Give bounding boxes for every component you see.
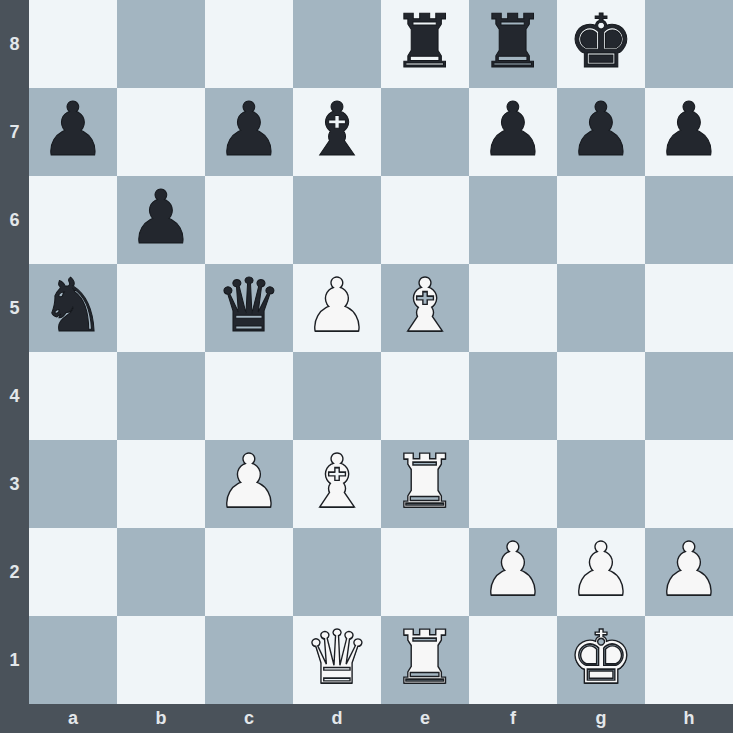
square-b5[interactable] [117, 264, 205, 352]
square-h3[interactable] [645, 440, 733, 528]
square-e5[interactable]: ♝ [381, 264, 469, 352]
black-rook[interactable]: ♜ [392, 4, 458, 78]
square-a2[interactable] [29, 528, 117, 616]
file-label-e: e [381, 704, 469, 733]
white-rook[interactable]: ♜ [392, 444, 458, 518]
square-a5[interactable]: ♞ [29, 264, 117, 352]
square-a7[interactable]: ♟ [29, 88, 117, 176]
black-knight[interactable]: ♞ [40, 268, 106, 342]
square-f5[interactable] [469, 264, 557, 352]
white-pawn[interactable]: ♟ [656, 532, 722, 606]
square-g4[interactable] [557, 352, 645, 440]
square-a6[interactable] [29, 176, 117, 264]
file-label-b: b [117, 704, 205, 733]
file-label-c: c [205, 704, 293, 733]
square-f6[interactable] [469, 176, 557, 264]
rank-label-3: 3 [0, 440, 29, 528]
square-c1[interactable] [205, 616, 293, 704]
black-pawn[interactable]: ♟ [480, 92, 546, 166]
square-h6[interactable] [645, 176, 733, 264]
board-corner [0, 704, 29, 733]
rank-label-8: 8 [0, 0, 29, 88]
rank-label-1: 1 [0, 616, 29, 704]
black-king[interactable]: ♚ [568, 4, 634, 78]
white-bishop[interactable]: ♝ [304, 444, 370, 518]
square-g2[interactable]: ♟ [557, 528, 645, 616]
square-c2[interactable] [205, 528, 293, 616]
black-pawn[interactable]: ♟ [568, 92, 634, 166]
square-g3[interactable] [557, 440, 645, 528]
square-f3[interactable] [469, 440, 557, 528]
square-d4[interactable] [293, 352, 381, 440]
square-h5[interactable] [645, 264, 733, 352]
rank-label-7: 7 [0, 88, 29, 176]
square-f1[interactable] [469, 616, 557, 704]
square-d2[interactable] [293, 528, 381, 616]
white-bishop[interactable]: ♝ [392, 268, 458, 342]
square-f2[interactable]: ♟ [469, 528, 557, 616]
square-h2[interactable]: ♟ [645, 528, 733, 616]
square-e2[interactable] [381, 528, 469, 616]
square-h4[interactable] [645, 352, 733, 440]
square-f7[interactable]: ♟ [469, 88, 557, 176]
square-b8[interactable] [117, 0, 205, 88]
rank-label-6: 6 [0, 176, 29, 264]
file-label-f: f [469, 704, 557, 733]
square-d1[interactable]: ♛ [293, 616, 381, 704]
square-a8[interactable] [29, 0, 117, 88]
square-h7[interactable]: ♟ [645, 88, 733, 176]
square-e4[interactable] [381, 352, 469, 440]
black-queen[interactable]: ♛ [216, 268, 282, 342]
square-d8[interactable] [293, 0, 381, 88]
square-b7[interactable] [117, 88, 205, 176]
black-pawn[interactable]: ♟ [216, 92, 282, 166]
square-b2[interactable] [117, 528, 205, 616]
square-h1[interactable] [645, 616, 733, 704]
square-d7[interactable]: ♝ [293, 88, 381, 176]
black-pawn[interactable]: ♟ [128, 180, 194, 254]
black-pawn[interactable]: ♟ [656, 92, 722, 166]
square-a4[interactable] [29, 352, 117, 440]
black-bishop[interactable]: ♝ [304, 92, 370, 166]
square-b3[interactable] [117, 440, 205, 528]
square-g7[interactable]: ♟ [557, 88, 645, 176]
square-e8[interactable]: ♜ [381, 0, 469, 88]
square-e1[interactable]: ♜ [381, 616, 469, 704]
square-g6[interactable] [557, 176, 645, 264]
white-king[interactable]: ♚ [568, 620, 634, 694]
square-g1[interactable]: ♚ [557, 616, 645, 704]
square-b6[interactable]: ♟ [117, 176, 205, 264]
square-c5[interactable]: ♛ [205, 264, 293, 352]
square-g8[interactable]: ♚ [557, 0, 645, 88]
file-label-d: d [293, 704, 381, 733]
rank-label-2: 2 [0, 528, 29, 616]
square-d6[interactable] [293, 176, 381, 264]
square-c8[interactable] [205, 0, 293, 88]
file-label-h: h [645, 704, 733, 733]
square-b4[interactable] [117, 352, 205, 440]
square-f8[interactable]: ♜ [469, 0, 557, 88]
square-b1[interactable] [117, 616, 205, 704]
black-rook[interactable]: ♜ [480, 4, 546, 78]
square-g5[interactable] [557, 264, 645, 352]
square-e7[interactable] [381, 88, 469, 176]
black-pawn[interactable]: ♟ [40, 92, 106, 166]
square-c4[interactable] [205, 352, 293, 440]
white-pawn[interactable]: ♟ [216, 444, 282, 518]
rank-label-4: 4 [0, 352, 29, 440]
square-c6[interactable] [205, 176, 293, 264]
square-c7[interactable]: ♟ [205, 88, 293, 176]
square-c3[interactable]: ♟ [205, 440, 293, 528]
white-queen[interactable]: ♛ [304, 620, 370, 694]
file-label-g: g [557, 704, 645, 733]
square-e3[interactable]: ♜ [381, 440, 469, 528]
square-e6[interactable] [381, 176, 469, 264]
white-rook[interactable]: ♜ [392, 620, 458, 694]
square-f4[interactable] [469, 352, 557, 440]
square-a3[interactable] [29, 440, 117, 528]
square-h8[interactable] [645, 0, 733, 88]
white-pawn[interactable]: ♟ [568, 532, 634, 606]
white-pawn[interactable]: ♟ [480, 532, 546, 606]
file-label-a: a [29, 704, 117, 733]
white-pawn[interactable]: ♟ [304, 268, 370, 342]
square-a1[interactable] [29, 616, 117, 704]
chess-board: 8♜♜♚7♟♟♝♟♟♟6♟5♞♛♟♝43♟♝♜2♟♟♟1♛♜♚abcdefgh [0, 0, 733, 733]
rank-label-5: 5 [0, 264, 29, 352]
square-d3[interactable]: ♝ [293, 440, 381, 528]
square-d5[interactable]: ♟ [293, 264, 381, 352]
